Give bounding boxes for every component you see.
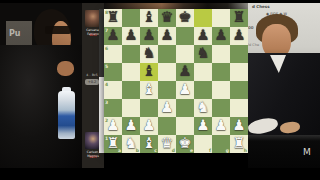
player-photo-right: d Chess ◉ FIDE ◉ W 00 ld Che M xyxy=(248,3,320,168)
file-label-d: d xyxy=(172,148,175,153)
file-label-c: c xyxy=(154,148,157,153)
backdrop-text-left: Pu xyxy=(9,29,21,38)
rank-label-5: 5 xyxy=(105,64,108,69)
black-knight-c6: ♞ xyxy=(140,45,158,63)
square-c4[interactable]: ♝ xyxy=(140,81,158,99)
chess-board[interactable]: 8♜♝♛♚♜7♟♟♟♟♟♟♟6♞♞5♝♟4♝♟3♟♞2♟♟♟♟♟♟1a♜b♞c♝… xyxy=(104,9,248,153)
file-label-e: e xyxy=(190,148,193,153)
square-f5[interactable] xyxy=(194,63,212,81)
black-rook-h8: ♜ xyxy=(230,9,248,27)
file-label-g: g xyxy=(226,148,229,153)
square-c8[interactable]: ♝ xyxy=(140,9,158,27)
white-pawn-e4: ♟ xyxy=(176,81,194,99)
square-h2[interactable]: ♟ xyxy=(230,117,248,135)
square-e4[interactable]: ♟ xyxy=(176,81,194,99)
white-pawn-g2: ♟ xyxy=(212,117,230,135)
square-d8[interactable]: ♛ xyxy=(158,9,176,27)
square-e2[interactable] xyxy=(176,117,194,135)
square-h7[interactable]: ♟ xyxy=(230,27,248,45)
square-c5[interactable]: ♝ xyxy=(140,63,158,81)
bottom-player-rating: 2835 xyxy=(82,155,104,159)
black-king-e8: ♚ xyxy=(176,9,194,27)
square-g3[interactable] xyxy=(212,99,230,117)
square-b2[interactable]: ♟ xyxy=(122,117,140,135)
square-a6[interactable]: 6 xyxy=(104,45,122,63)
square-d1[interactable]: d♛ xyxy=(158,135,176,153)
square-a8[interactable]: 8♜ xyxy=(104,9,122,27)
square-e1[interactable]: e♚ xyxy=(176,135,194,153)
rank-label-2: 2 xyxy=(105,118,108,123)
square-h1[interactable]: h♜ xyxy=(230,135,248,153)
black-pawn-c7: ♟ xyxy=(140,27,158,45)
square-a1[interactable]: 1a♜ xyxy=(104,135,122,153)
square-b6[interactable] xyxy=(122,45,140,63)
square-a2[interactable]: 2♟ xyxy=(104,117,122,135)
square-a3[interactable]: 3 xyxy=(104,99,122,117)
square-f2[interactable]: ♟ xyxy=(194,117,212,135)
rank-label-8: 8 xyxy=(105,10,108,15)
backdrop-world-chess-text: d Chess xyxy=(252,4,270,9)
square-b8[interactable] xyxy=(122,9,140,27)
white-pawn-f2: ♟ xyxy=(194,117,212,135)
square-g8[interactable] xyxy=(212,9,230,27)
square-g5[interactable] xyxy=(212,63,230,81)
square-f7[interactable]: ♟ xyxy=(194,27,212,45)
black-pawn-b7: ♟ xyxy=(122,27,140,45)
rank-label-3: 3 xyxy=(105,100,108,105)
square-d3[interactable]: ♟ xyxy=(158,99,176,117)
white-bishop-c4: ♝ xyxy=(140,81,158,99)
player-left-glasses xyxy=(45,26,71,34)
letterbox-top xyxy=(0,0,320,3)
square-h8[interactable]: ♜ xyxy=(230,9,248,27)
square-h4[interactable] xyxy=(230,81,248,99)
letterbox-bottom xyxy=(0,168,320,180)
rank-label-1: 1 xyxy=(105,136,108,141)
backdrop-world-chess-text-2: ld Che xyxy=(248,43,259,47)
file-label-a: a xyxy=(118,148,121,153)
black-bishop-c5: ♝ xyxy=(140,63,158,81)
square-c2[interactable]: ♟ xyxy=(140,117,158,135)
white-pawn-d3: ♟ xyxy=(158,99,176,117)
square-g7[interactable]: ♟ xyxy=(212,27,230,45)
square-d6[interactable] xyxy=(158,45,176,63)
square-c1[interactable]: c♝ xyxy=(140,135,158,153)
black-pawn-f7: ♟ xyxy=(194,27,212,45)
black-pawn-h7: ♟ xyxy=(230,27,248,45)
desk-letter: M xyxy=(303,147,311,157)
player-left-hand xyxy=(57,61,74,76)
square-a4[interactable]: 4 xyxy=(104,81,122,99)
square-e7[interactable] xyxy=(176,27,194,45)
square-b4[interactable] xyxy=(122,81,140,99)
square-f6[interactable]: ♞ xyxy=(194,45,212,63)
white-pawn-h2: ♟ xyxy=(230,117,248,135)
square-e3[interactable] xyxy=(176,99,194,117)
square-b7[interactable]: ♟ xyxy=(122,27,140,45)
square-f8[interactable] xyxy=(194,9,212,27)
square-d7[interactable]: ♟ xyxy=(158,27,176,45)
square-a5[interactable]: 5 xyxy=(104,63,122,81)
square-f3[interactable]: ♞ xyxy=(194,99,212,117)
black-pawn-e5: ♟ xyxy=(176,63,194,81)
water-bottle xyxy=(58,91,75,139)
square-g6[interactable] xyxy=(212,45,230,63)
square-d2[interactable] xyxy=(158,117,176,135)
eval-badge: +0.2 xyxy=(85,79,99,85)
square-c6[interactable]: ♞ xyxy=(140,45,158,63)
square-e5[interactable]: ♟ xyxy=(176,63,194,81)
black-queen-d8: ♛ xyxy=(158,9,176,27)
square-h3[interactable] xyxy=(230,99,248,117)
square-g4[interactable] xyxy=(212,81,230,99)
black-pawn-g7: ♟ xyxy=(212,27,230,45)
square-d4[interactable] xyxy=(158,81,176,99)
file-label-h: h xyxy=(244,148,247,153)
broadcast-frame: Pu Caruana, Fabiano 2832 4... Bc5 +0.2 C… xyxy=(0,0,320,180)
square-h5[interactable] xyxy=(230,63,248,81)
square-f4[interactable] xyxy=(194,81,212,99)
square-c3[interactable] xyxy=(140,99,158,117)
rank-label-7: 7 xyxy=(105,28,108,33)
square-e6[interactable] xyxy=(176,45,194,63)
square-a7[interactable]: 7♟ xyxy=(104,27,122,45)
rank-label-6: 6 xyxy=(105,46,108,51)
black-knight-f6: ♞ xyxy=(194,45,212,63)
black-bishop-c8: ♝ xyxy=(140,9,158,27)
black-pawn-d7: ♟ xyxy=(158,27,176,45)
square-c7[interactable]: ♟ xyxy=(140,27,158,45)
white-pawn-b2: ♟ xyxy=(122,117,140,135)
square-f1[interactable]: f xyxy=(194,135,212,153)
backdrop-number-text: 00 xyxy=(248,25,254,30)
white-knight-f3: ♞ xyxy=(194,99,212,117)
square-d5[interactable] xyxy=(158,63,176,81)
white-pawn-c2: ♟ xyxy=(140,117,158,135)
player-photo-left: Pu xyxy=(0,3,82,168)
file-label-f: f xyxy=(209,148,211,153)
square-g1[interactable]: g xyxy=(212,135,230,153)
square-h6[interactable] xyxy=(230,45,248,63)
square-e8[interactable]: ♚ xyxy=(176,9,194,27)
square-b1[interactable]: b♞ xyxy=(122,135,140,153)
file-label-b: b xyxy=(136,148,139,153)
rank-label-4: 4 xyxy=(105,82,108,87)
square-g2[interactable]: ♟ xyxy=(212,117,230,135)
square-b5[interactable] xyxy=(122,63,140,81)
square-b3[interactable] xyxy=(122,99,140,117)
